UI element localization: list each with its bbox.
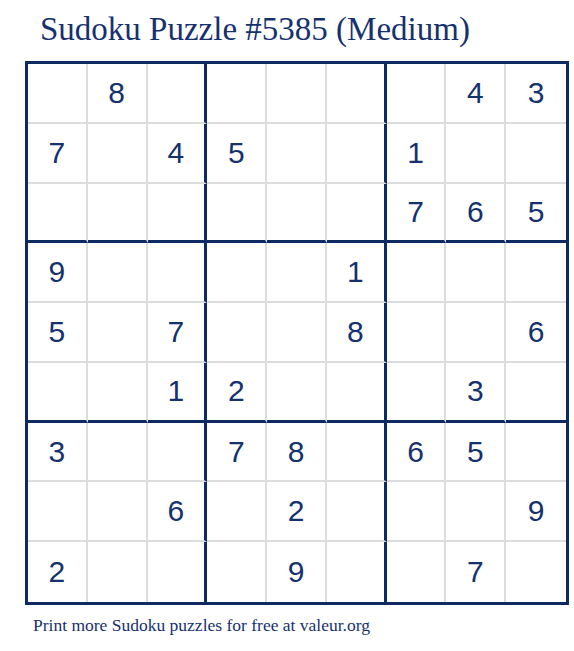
cell-r3c9: 5 — [506, 184, 566, 244]
cell-r9c7 — [387, 542, 447, 602]
cell-r4c3 — [148, 243, 208, 303]
cell-r2c6 — [327, 124, 387, 184]
cell-r2c2 — [88, 124, 148, 184]
cell-r3c2 — [88, 184, 148, 244]
cell-r6c9 — [506, 363, 566, 423]
cell-r9c9 — [506, 542, 566, 602]
cell-r7c9 — [506, 423, 566, 483]
cell-r4c5 — [267, 243, 327, 303]
cell-r7c3 — [148, 423, 208, 483]
cell-r5c7 — [387, 303, 447, 363]
cell-r3c6 — [327, 184, 387, 244]
cell-r4c1: 9 — [28, 243, 88, 303]
cell-r6c7 — [387, 363, 447, 423]
cell-r6c4: 2 — [207, 363, 267, 423]
cell-r3c3 — [148, 184, 208, 244]
cell-r6c3: 1 — [148, 363, 208, 423]
cell-r6c5 — [267, 363, 327, 423]
cell-r9c2 — [88, 542, 148, 602]
cell-r1c1 — [28, 64, 88, 124]
cell-r9c4 — [207, 542, 267, 602]
cell-r9c5: 9 — [267, 542, 327, 602]
cell-r8c9: 9 — [506, 482, 566, 542]
cell-r5c6: 8 — [327, 303, 387, 363]
cell-r1c9: 3 — [506, 64, 566, 124]
cell-r5c9: 6 — [506, 303, 566, 363]
cell-r6c8: 3 — [446, 363, 506, 423]
cell-r4c9 — [506, 243, 566, 303]
cell-r9c1: 2 — [28, 542, 88, 602]
cell-r3c4 — [207, 184, 267, 244]
sudoku-print-page: Sudoku Puzzle #5385 (Medium) 84374517659… — [0, 0, 574, 651]
cell-r2c8 — [446, 124, 506, 184]
cell-r2c4: 5 — [207, 124, 267, 184]
cell-r2c1: 7 — [28, 124, 88, 184]
cell-r1c6 — [327, 64, 387, 124]
cell-r2c9 — [506, 124, 566, 184]
cell-r1c8: 4 — [446, 64, 506, 124]
cell-r8c8 — [446, 482, 506, 542]
cell-r2c5 — [267, 124, 327, 184]
cell-r7c5: 8 — [267, 423, 327, 483]
cell-r3c8: 6 — [446, 184, 506, 244]
cell-r4c7 — [387, 243, 447, 303]
footer-text: Print more Sudoku puzzles for free at va… — [33, 614, 370, 636]
cell-r1c2: 8 — [88, 64, 148, 124]
cell-r7c2 — [88, 423, 148, 483]
cell-r1c3 — [148, 64, 208, 124]
cell-r4c8 — [446, 243, 506, 303]
cell-r4c2 — [88, 243, 148, 303]
cell-r7c4: 7 — [207, 423, 267, 483]
cell-r6c6 — [327, 363, 387, 423]
cell-r4c4 — [207, 243, 267, 303]
cell-r8c5: 2 — [267, 482, 327, 542]
cell-r3c1 — [28, 184, 88, 244]
cell-r1c5 — [267, 64, 327, 124]
cell-r7c6 — [327, 423, 387, 483]
cell-r8c6 — [327, 482, 387, 542]
cell-r2c3: 4 — [148, 124, 208, 184]
cell-r5c1: 5 — [28, 303, 88, 363]
cell-r8c3: 6 — [148, 482, 208, 542]
cell-r7c7: 6 — [387, 423, 447, 483]
cell-r9c8: 7 — [446, 542, 506, 602]
cell-r6c1 — [28, 363, 88, 423]
page-title: Sudoku Puzzle #5385 (Medium) — [40, 9, 470, 49]
cell-r8c4 — [207, 482, 267, 542]
cell-r2c7: 1 — [387, 124, 447, 184]
cell-r3c5 — [267, 184, 327, 244]
cell-r8c7 — [387, 482, 447, 542]
cell-r8c2 — [88, 482, 148, 542]
cell-r1c4 — [207, 64, 267, 124]
cell-r5c2 — [88, 303, 148, 363]
cell-r7c1: 3 — [28, 423, 88, 483]
cell-r5c5 — [267, 303, 327, 363]
sudoku-board: 843745176591578612337865629297 — [25, 61, 569, 605]
cell-r1c7 — [387, 64, 447, 124]
cell-r4c6: 1 — [327, 243, 387, 303]
cell-r9c3 — [148, 542, 208, 602]
cell-r3c7: 7 — [387, 184, 447, 244]
cell-r5c4 — [207, 303, 267, 363]
cell-r8c1 — [28, 482, 88, 542]
cell-r7c8: 5 — [446, 423, 506, 483]
cell-r6c2 — [88, 363, 148, 423]
cell-r9c6 — [327, 542, 387, 602]
cell-r5c8 — [446, 303, 506, 363]
cell-r5c3: 7 — [148, 303, 208, 363]
